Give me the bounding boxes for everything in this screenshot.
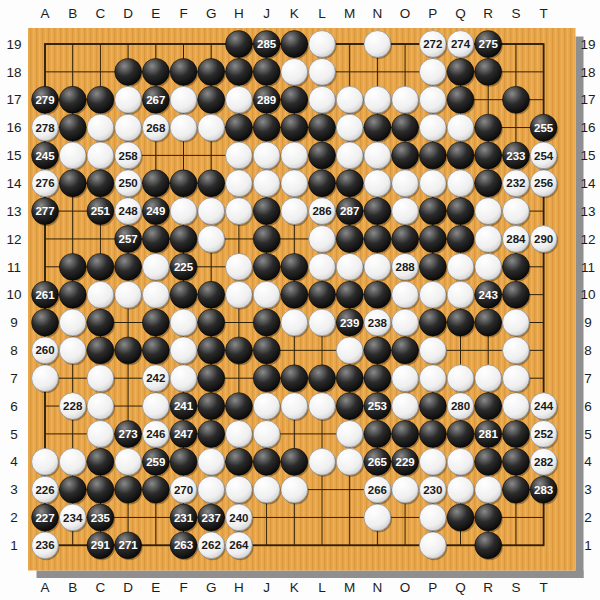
black-stone [142, 337, 169, 364]
go-board[interactable]: AABBCCDDEEFFGGHHJJKKLLMMNNOOPPQQRRSSTT19… [0, 0, 600, 600]
row-label-left: 11 [7, 260, 21, 275]
black-stone [419, 393, 446, 420]
white-stone [336, 142, 363, 169]
black-stone [475, 309, 502, 336]
black-stone [226, 114, 253, 141]
white-stone [198, 226, 225, 253]
black-stone [198, 58, 225, 85]
column-label-top: H [234, 6, 244, 21]
black-stone [309, 142, 336, 169]
black-stone [226, 58, 253, 85]
white-stone [392, 393, 419, 420]
black-stone [364, 198, 391, 225]
move-number-277: 277 [35, 205, 54, 217]
white-stone [87, 421, 114, 448]
move-number-250: 250 [119, 177, 138, 189]
move-number-242: 242 [146, 372, 165, 384]
column-label-bottom: M [344, 580, 355, 595]
white-stone [170, 309, 197, 336]
black-stone [253, 365, 280, 392]
row-label-left: 5 [10, 427, 18, 442]
white-stone [59, 142, 86, 169]
black-stone [281, 281, 308, 308]
go-game-screenshot: AABBCCDDEEFFGGHHJJKKLLMMNNOOPPQQRRSSTT19… [0, 0, 600, 600]
white-stone [281, 142, 308, 169]
white-stone [87, 365, 114, 392]
black-stone [392, 114, 419, 141]
white-stone [475, 198, 502, 225]
white-stone [309, 253, 336, 280]
white-stone [503, 365, 530, 392]
move-number-276: 276 [35, 177, 54, 189]
black-stone [198, 170, 225, 197]
black-stone [281, 114, 308, 141]
black-stone [447, 421, 474, 448]
column-label-bottom: B [68, 580, 77, 595]
black-stone [253, 114, 280, 141]
column-label-bottom: K [290, 580, 299, 595]
white-stone [392, 309, 419, 336]
move-number-285: 285 [257, 38, 277, 50]
black-stone [281, 86, 308, 113]
white-stone [226, 198, 253, 225]
white-stone [59, 448, 86, 475]
black-stone [475, 142, 502, 169]
column-label-bottom: S [511, 580, 520, 595]
white-stone [226, 476, 253, 503]
row-label-left: 4 [10, 454, 18, 469]
white-stone [336, 448, 363, 475]
white-stone [198, 476, 225, 503]
move-number-237: 237 [202, 512, 221, 524]
black-stone [419, 421, 446, 448]
white-stone [253, 421, 280, 448]
row-label-right: 19 [580, 37, 595, 52]
black-stone [115, 58, 142, 85]
column-label-bottom: C [96, 580, 106, 595]
black-stone [475, 448, 502, 475]
move-number-227: 227 [35, 512, 54, 524]
black-stone [447, 86, 474, 113]
black-stone [503, 421, 530, 448]
move-number-278: 278 [35, 122, 55, 134]
column-label-top: D [123, 6, 133, 21]
black-stone [87, 170, 114, 197]
black-stone [59, 476, 86, 503]
row-label-left: 13 [6, 204, 21, 219]
move-number-258: 258 [119, 150, 139, 162]
column-label-bottom: D [123, 580, 133, 595]
move-number-279: 279 [35, 94, 54, 106]
move-number-233: 233 [506, 150, 525, 162]
white-stone [226, 281, 253, 308]
white-stone [253, 170, 280, 197]
black-stone [142, 58, 169, 85]
move-number-244: 244 [534, 400, 554, 412]
black-stone [142, 476, 169, 503]
white-stone [253, 393, 280, 420]
white-stone [392, 198, 419, 225]
move-number-281: 281 [479, 428, 499, 440]
black-stone [447, 309, 474, 336]
move-number-251: 251 [91, 205, 111, 217]
move-number-228: 228 [63, 400, 83, 412]
black-stone [364, 226, 391, 253]
black-stone [226, 448, 253, 475]
black-stone [253, 58, 280, 85]
black-stone [364, 365, 391, 392]
black-stone [447, 58, 474, 85]
row-label-right: 8 [584, 343, 592, 358]
row-label-right: 18 [580, 65, 595, 80]
white-stone [226, 421, 253, 448]
column-label-top: A [40, 6, 49, 21]
white-stone [447, 448, 474, 475]
row-label-left: 17 [6, 92, 21, 107]
move-number-264: 264 [229, 539, 249, 551]
move-number-271: 271 [119, 539, 139, 551]
white-stone [87, 114, 114, 141]
move-number-287: 287 [340, 205, 359, 217]
black-stone [253, 253, 280, 280]
white-stone [392, 476, 419, 503]
white-stone [419, 114, 446, 141]
white-stone [364, 170, 391, 197]
white-stone [447, 281, 474, 308]
move-number-267: 267 [146, 94, 165, 106]
move-number-256: 256 [534, 177, 553, 189]
white-stone [309, 393, 336, 420]
white-stone [309, 309, 336, 336]
white-stone [447, 170, 474, 197]
white-stone [32, 448, 59, 475]
black-stone [503, 281, 530, 308]
white-stone [87, 142, 114, 169]
black-stone [392, 226, 419, 253]
black-stone [87, 448, 114, 475]
column-label-top: C [96, 6, 106, 21]
white-stone [419, 170, 446, 197]
black-stone [253, 226, 280, 253]
row-label-left: 12 [6, 232, 21, 247]
column-label-top: S [511, 6, 520, 21]
black-stone [364, 337, 391, 364]
white-stone [142, 393, 169, 420]
move-number-263: 263 [174, 539, 193, 551]
row-label-right: 7 [584, 371, 592, 386]
black-stone [198, 421, 225, 448]
black-stone [447, 504, 474, 531]
black-stone [392, 337, 419, 364]
move-number-286: 286 [312, 205, 331, 217]
column-label-bottom: J [263, 580, 270, 595]
white-stone [419, 86, 446, 113]
column-label-top: N [373, 6, 383, 21]
move-number-225: 225 [174, 261, 194, 273]
white-stone [419, 448, 446, 475]
white-stone [142, 281, 169, 308]
black-stone [503, 253, 530, 280]
black-stone [87, 476, 114, 503]
white-stone [281, 58, 308, 85]
white-stone [198, 114, 225, 141]
black-stone [198, 309, 225, 336]
black-stone [226, 393, 253, 420]
white-stone [309, 31, 336, 58]
white-stone [447, 365, 474, 392]
board-shadow-bottom [37, 571, 584, 579]
move-number-230: 230 [423, 484, 442, 496]
row-label-left: 9 [10, 315, 18, 330]
column-label-bottom: O [400, 580, 411, 595]
move-number-272: 272 [423, 38, 442, 50]
white-stone [226, 253, 253, 280]
row-label-right: 9 [584, 315, 592, 330]
black-stone [475, 504, 502, 531]
white-stone [419, 532, 446, 559]
move-number-235: 235 [91, 512, 111, 524]
white-stone [170, 337, 197, 364]
black-stone [226, 337, 253, 364]
white-stone [336, 421, 363, 448]
black-stone [309, 114, 336, 141]
black-stone [198, 337, 225, 364]
black-stone [142, 170, 169, 197]
white-stone [364, 142, 391, 169]
black-stone [226, 31, 253, 58]
white-stone [364, 253, 391, 280]
move-number-246: 246 [146, 428, 165, 440]
black-stone [115, 337, 142, 364]
column-label-bottom: H [234, 580, 244, 595]
black-stone [309, 365, 336, 392]
black-stone [392, 421, 419, 448]
column-label-top: Q [455, 6, 466, 21]
column-label-bottom: A [40, 580, 49, 595]
black-stone [142, 226, 169, 253]
move-number-254: 254 [534, 150, 554, 162]
column-label-top: R [483, 6, 493, 21]
black-stone [170, 58, 197, 85]
row-label-right: 12 [580, 232, 595, 247]
white-stone [419, 504, 446, 531]
row-label-left: 10 [6, 287, 21, 302]
column-label-top: J [263, 6, 270, 21]
black-stone [419, 309, 446, 336]
white-stone [226, 142, 253, 169]
black-stone [170, 281, 197, 308]
black-stone [115, 253, 142, 280]
white-stone [503, 337, 530, 364]
move-number-284: 284 [506, 233, 526, 245]
move-number-280: 280 [451, 400, 470, 412]
column-label-top: L [318, 6, 326, 21]
black-stone [447, 226, 474, 253]
white-stone [115, 86, 142, 113]
row-label-left: 15 [6, 148, 21, 163]
white-stone [419, 281, 446, 308]
white-stone [226, 86, 253, 113]
row-label-left: 8 [10, 343, 18, 358]
black-stone [475, 393, 502, 420]
move-number-238: 238 [368, 317, 388, 329]
black-stone [281, 448, 308, 475]
move-number-257: 257 [119, 233, 138, 245]
white-stone [281, 309, 308, 336]
white-stone [309, 58, 336, 85]
white-stone [419, 365, 446, 392]
white-stone [142, 253, 169, 280]
white-stone [364, 86, 391, 113]
black-stone [87, 86, 114, 113]
white-stone [281, 476, 308, 503]
column-label-bottom: G [206, 580, 217, 595]
move-number-275: 275 [479, 38, 499, 50]
white-stone [226, 170, 253, 197]
white-stone [170, 86, 197, 113]
column-label-bottom: Q [455, 580, 466, 595]
black-stone [281, 253, 308, 280]
row-label-right: 2 [584, 510, 592, 525]
black-stone [170, 448, 197, 475]
white-stone [503, 309, 530, 336]
black-stone [475, 114, 502, 141]
move-number-268: 268 [146, 122, 166, 134]
white-stone [475, 226, 502, 253]
row-label-right: 3 [584, 482, 592, 497]
white-stone [503, 198, 530, 225]
black-stone [198, 365, 225, 392]
white-stone [336, 337, 363, 364]
white-stone [309, 448, 336, 475]
black-stone [253, 309, 280, 336]
white-stone [336, 114, 363, 141]
black-stone [336, 393, 363, 420]
white-stone [281, 198, 308, 225]
black-stone [503, 476, 530, 503]
white-stone [392, 365, 419, 392]
move-number-252: 252 [534, 428, 553, 440]
white-stone [198, 448, 225, 475]
column-label-bottom: R [483, 580, 493, 595]
move-number-273: 273 [119, 428, 138, 440]
white-stone [364, 504, 391, 531]
move-number-253: 253 [368, 400, 387, 412]
black-stone [309, 170, 336, 197]
row-label-left: 2 [10, 510, 18, 525]
black-stone [336, 365, 363, 392]
column-label-top: K [290, 6, 299, 21]
white-stone [309, 226, 336, 253]
column-label-bottom: P [428, 580, 437, 595]
black-stone [281, 31, 308, 58]
move-number-240: 240 [229, 512, 248, 524]
move-number-288: 288 [396, 261, 416, 273]
column-label-top: P [428, 6, 437, 21]
column-label-top: B [68, 6, 77, 21]
black-stone [59, 170, 86, 197]
row-label-right: 15 [580, 148, 595, 163]
row-label-left: 16 [6, 120, 21, 135]
black-stone [364, 421, 391, 448]
row-label-right: 4 [584, 454, 592, 469]
move-number-274: 274 [451, 38, 471, 50]
white-stone [87, 393, 114, 420]
move-number-226: 226 [35, 484, 54, 496]
black-stone [115, 476, 142, 503]
white-stone [475, 253, 502, 280]
white-stone [115, 281, 142, 308]
white-stone [392, 281, 419, 308]
move-number-260: 260 [35, 344, 54, 356]
white-stone [253, 281, 280, 308]
white-stone [253, 476, 280, 503]
white-stone [59, 309, 86, 336]
black-stone [253, 448, 280, 475]
white-stone [392, 86, 419, 113]
row-label-right: 17 [580, 92, 595, 107]
white-stone [170, 365, 197, 392]
move-number-259: 259 [146, 456, 165, 468]
move-number-289: 289 [257, 94, 276, 106]
white-stone [475, 476, 502, 503]
black-stone [59, 281, 86, 308]
row-label-left: 7 [10, 371, 18, 386]
black-stone [87, 253, 114, 280]
white-stone [115, 114, 142, 141]
white-stone [447, 476, 474, 503]
column-label-bottom: L [318, 580, 326, 595]
move-number-290: 290 [534, 233, 553, 245]
move-number-231: 231 [174, 512, 194, 524]
white-stone [419, 58, 446, 85]
move-number-248: 248 [119, 205, 139, 217]
move-number-243: 243 [479, 289, 498, 301]
white-stone [419, 337, 446, 364]
row-label-right: 6 [584, 399, 592, 414]
black-stone [170, 226, 197, 253]
black-stone [253, 198, 280, 225]
black-stone [475, 58, 502, 85]
row-label-right: 11 [581, 260, 595, 275]
move-number-245: 245 [35, 150, 55, 162]
column-label-top: G [206, 6, 217, 21]
move-number-283: 283 [534, 484, 553, 496]
move-number-247: 247 [174, 428, 193, 440]
black-stone [198, 281, 225, 308]
black-stone [87, 337, 114, 364]
black-stone [503, 86, 530, 113]
white-stone [170, 198, 197, 225]
white-stone [336, 86, 363, 113]
white-stone [336, 253, 363, 280]
black-stone [281, 365, 308, 392]
black-stone [59, 253, 86, 280]
black-stone [419, 226, 446, 253]
black-stone [87, 309, 114, 336]
black-stone [32, 309, 59, 336]
white-stone [281, 170, 308, 197]
black-stone [253, 337, 280, 364]
black-stone [336, 281, 363, 308]
move-number-239: 239 [340, 317, 359, 329]
black-stone [59, 114, 86, 141]
black-stone [198, 86, 225, 113]
column-label-top: E [151, 6, 160, 21]
row-label-left: 3 [10, 482, 18, 497]
move-number-236: 236 [35, 539, 54, 551]
column-label-top: T [539, 6, 547, 21]
